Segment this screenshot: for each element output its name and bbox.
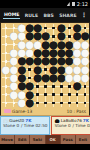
board-intersection[interactable] xyxy=(81,99,89,107)
black-territory-marker xyxy=(42,99,50,107)
black-territory-marker xyxy=(81,82,89,90)
go-board[interactable]: ●●●●●●●●●●●●●●●●●●●●●●●●●●●●●●●●●●●●●●●●… xyxy=(2,24,89,107)
black-territory-marker xyxy=(81,90,89,98)
move-button[interactable]: Move xyxy=(0,135,15,144)
board-intersection[interactable] xyxy=(57,82,65,90)
black-territory-marker xyxy=(73,99,81,107)
black-territory-marker xyxy=(73,90,81,98)
black-territory-marker xyxy=(34,99,42,107)
battery-icon xyxy=(72,2,75,6)
board-intersection[interactable] xyxy=(57,99,65,107)
tab-home[interactable]: HOME xyxy=(3,11,20,19)
white-territory-marker xyxy=(2,99,10,107)
board-intersection[interactable] xyxy=(81,82,89,90)
board-intersection[interactable] xyxy=(49,99,57,107)
overflow-menu-icon[interactable]: ⋮ xyxy=(81,12,87,18)
board-intersection[interactable] xyxy=(34,99,42,107)
tab-rule[interactable]: RULE xyxy=(24,12,39,19)
black-stones-count: Stone 0 xyxy=(54,123,70,128)
action-button-bar: Move Edit Seki OK Pass Exit xyxy=(0,135,90,144)
board-intersection[interactable] xyxy=(42,90,50,98)
board-intersection[interactable] xyxy=(73,99,81,107)
tab-share[interactable]: SHARE xyxy=(58,12,77,19)
white-stones-count: Stone 0 xyxy=(3,123,19,128)
black-territory-marker xyxy=(34,90,42,98)
tab-bbs[interactable]: BBS xyxy=(43,12,55,19)
board-intersection[interactable] xyxy=(42,99,50,107)
black-territory-marker xyxy=(49,99,57,107)
last-move-text: 10 : Pass xyxy=(66,109,86,114)
board-intersection[interactable] xyxy=(2,24,10,32)
player-panels: ○ Guest0 7K Stone 0 / Time 02:50 ● LaBoB… xyxy=(0,116,90,135)
exit-button[interactable]: Exit xyxy=(76,135,90,144)
board-intersection[interactable] xyxy=(65,90,73,98)
board-intersection[interactable] xyxy=(42,82,50,90)
board-intersection[interactable] xyxy=(65,99,73,107)
board-intersection[interactable] xyxy=(73,90,81,98)
white-player-panel[interactable]: ○ Guest0 7K Stone 0 / Time 02:50 xyxy=(0,116,50,135)
board-intersection[interactable] xyxy=(34,82,42,90)
board-intersection[interactable] xyxy=(81,90,89,98)
move-chip xyxy=(4,109,11,113)
nav-strip xyxy=(0,144,90,150)
black-territory-marker xyxy=(49,82,57,90)
signal-icon xyxy=(67,2,70,6)
black-time: / Time 02:30 xyxy=(73,123,90,128)
game-label: Game-13 xyxy=(12,109,32,114)
white-stone: ● xyxy=(81,74,89,82)
black-stone: ● xyxy=(73,82,81,90)
black-territory-marker xyxy=(65,99,73,107)
board-intersection[interactable] xyxy=(34,90,42,98)
black-territory-marker xyxy=(42,82,50,90)
edit-button[interactable]: Edit xyxy=(15,135,30,144)
board-intersection[interactable]: ● xyxy=(73,82,81,90)
status-bar: 2:12 xyxy=(0,0,90,8)
board-intersection[interactable] xyxy=(57,90,65,98)
go-board-area: ●●●●●●●●●●●●●●●●●●●●●●●●●●●●●●●●●●●●●●●●… xyxy=(0,22,90,107)
clock-text: 2:12 xyxy=(77,1,88,7)
black-territory-marker xyxy=(81,99,89,107)
seki-button[interactable]: Seki xyxy=(30,135,45,144)
black-territory-marker xyxy=(42,90,50,98)
black-territory-marker xyxy=(57,99,65,107)
black-stone: ● xyxy=(26,99,34,107)
ok-button[interactable]: OK xyxy=(46,135,61,144)
tab-bar: HOME RULE BBS SHARE ⋮ xyxy=(0,8,90,22)
board-intersection[interactable] xyxy=(2,41,10,49)
pass-button[interactable]: Pass xyxy=(61,135,76,144)
black-territory-marker xyxy=(34,82,42,90)
white-territory-marker xyxy=(2,24,10,32)
board-intersection[interactable] xyxy=(49,90,57,98)
black-player-panel[interactable]: ● LaBoBo76 7K Stone 0 / Time 02:30 xyxy=(51,116,90,135)
board-intersection[interactable] xyxy=(2,99,10,107)
board-intersection[interactable]: ● xyxy=(26,99,34,107)
board-intersection[interactable]: ● xyxy=(81,74,89,82)
board-intersection[interactable] xyxy=(49,82,57,90)
app-screen: 2:12 HOME RULE BBS SHARE ⋮ ●●●●●●●●●●●●●… xyxy=(0,0,90,150)
black-territory-marker xyxy=(57,90,65,98)
move-info-bar: Game-13 10 : Pass xyxy=(0,107,90,116)
black-territory-marker xyxy=(57,82,65,90)
white-territory-marker xyxy=(2,41,10,49)
black-territory-marker xyxy=(49,90,57,98)
white-time: / Time 02:50 xyxy=(21,123,47,128)
black-territory-marker xyxy=(65,90,73,98)
